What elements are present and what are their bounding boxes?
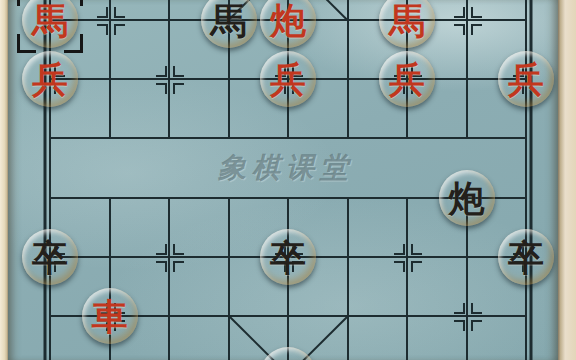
left-margin-bar: [0, 0, 8, 360]
piece-black-soldier-2[interactable]: 卒: [260, 229, 316, 285]
piece-glyph: 卒: [508, 239, 544, 275]
watermark-text: 象棋课堂: [218, 149, 354, 187]
xiangqi-app-screenshot: 象棋课堂 馬馬炮馬兵兵兵兵炮卒卒卒車: [0, 0, 576, 360]
piece-red-soldier-2[interactable]: 兵: [260, 51, 316, 107]
piece-glyph: 卒: [270, 239, 306, 275]
piece-glyph: 馬: [389, 2, 425, 38]
piece-red-soldier-3[interactable]: 兵: [379, 51, 435, 107]
piece-glyph: 兵: [389, 61, 425, 97]
piece-glyph: 車: [92, 298, 128, 334]
piece-glyph: 卒: [32, 239, 68, 275]
piece-glyph: 兵: [270, 61, 306, 97]
piece-red-soldier-1[interactable]: 兵: [22, 51, 78, 107]
piece-red-horse-left[interactable]: 馬: [22, 0, 78, 48]
piece-black-cannon[interactable]: 炮: [439, 170, 495, 226]
piece-glyph: 兵: [508, 61, 544, 97]
piece-glyph: 兵: [32, 61, 68, 97]
piece-black-soldier-1[interactable]: 卒: [22, 229, 78, 285]
right-margin-bar: [558, 0, 576, 360]
piece-black-soldier-3[interactable]: 卒: [498, 229, 554, 285]
piece-red-chariot[interactable]: 車: [82, 288, 138, 344]
piece-glyph: 炮: [449, 180, 485, 216]
piece-red-soldier-4[interactable]: 兵: [498, 51, 554, 107]
piece-glyph: 炮: [270, 2, 306, 38]
last-move-bracket: [17, 0, 83, 53]
piece-glyph: 馬: [211, 2, 247, 38]
